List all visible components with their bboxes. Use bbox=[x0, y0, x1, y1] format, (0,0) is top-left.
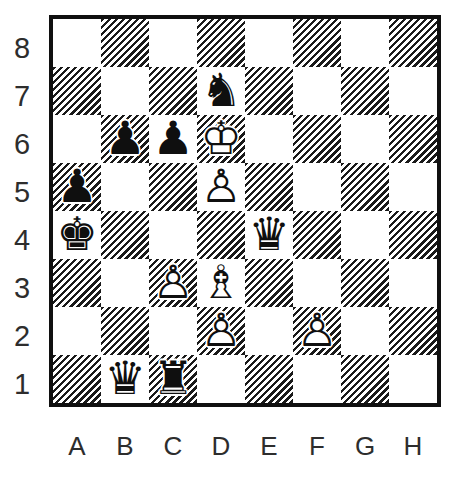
piece-black-rook-c1: ♜♜ bbox=[149, 355, 197, 403]
square-g4 bbox=[341, 211, 389, 259]
square-b7 bbox=[101, 67, 149, 115]
square-h7 bbox=[389, 67, 437, 115]
black-king-halo: ♚ bbox=[53, 210, 101, 258]
square-g7 bbox=[341, 67, 389, 115]
piece-black-pawn-c6: ♟♟ bbox=[149, 115, 197, 163]
white-pawn-halo: ♟ bbox=[293, 306, 341, 354]
square-h8 bbox=[389, 19, 437, 67]
rank-label-7: 7 bbox=[0, 67, 44, 115]
black-queen-icon: ♛ bbox=[101, 354, 149, 402]
white-pawn-icon: ♙ bbox=[197, 306, 245, 354]
square-c5 bbox=[149, 163, 197, 211]
square-b3 bbox=[101, 259, 149, 307]
square-f6 bbox=[293, 115, 341, 163]
file-label-b: B bbox=[101, 424, 149, 468]
black-knight-icon: ♞ bbox=[197, 66, 245, 114]
chess-diagram: 87654321 ♞♞♟♟♟♟♚♔♟♟♟♙♚♚♛♛♟♙♝♗♟♙♟♙♛♛♜♜ AB… bbox=[0, 0, 468, 478]
white-pawn-icon: ♙ bbox=[149, 258, 197, 306]
square-e5 bbox=[245, 163, 293, 211]
black-pawn-halo: ♟ bbox=[101, 114, 149, 162]
square-d3: ♝♗ bbox=[197, 259, 245, 307]
square-a2 bbox=[53, 307, 101, 355]
white-king-halo: ♚ bbox=[197, 114, 245, 162]
black-knight-halo: ♞ bbox=[197, 66, 245, 114]
piece-black-pawn-b6: ♟♟ bbox=[101, 115, 149, 163]
square-d1 bbox=[197, 355, 245, 403]
rank-label-1: 1 bbox=[0, 355, 44, 403]
black-queen-halo: ♛ bbox=[101, 354, 149, 402]
square-b5 bbox=[101, 163, 149, 211]
file-label-e: E bbox=[245, 424, 293, 468]
white-pawn-halo: ♟ bbox=[149, 258, 197, 306]
black-king-icon: ♚ bbox=[53, 210, 101, 258]
square-g6 bbox=[341, 115, 389, 163]
file-label-g: G bbox=[341, 424, 389, 468]
square-c4 bbox=[149, 211, 197, 259]
square-a3 bbox=[53, 259, 101, 307]
square-g1 bbox=[341, 355, 389, 403]
square-g5 bbox=[341, 163, 389, 211]
square-c3: ♟♙ bbox=[149, 259, 197, 307]
square-b1: ♛♛ bbox=[101, 355, 149, 403]
file-labels: ABCDEFGH bbox=[53, 424, 437, 468]
file-label-c: C bbox=[149, 424, 197, 468]
square-c7 bbox=[149, 67, 197, 115]
square-h6 bbox=[389, 115, 437, 163]
square-f2: ♟♙ bbox=[293, 307, 341, 355]
square-b6: ♟♟ bbox=[101, 115, 149, 163]
square-d8 bbox=[197, 19, 245, 67]
square-b4 bbox=[101, 211, 149, 259]
square-h2 bbox=[389, 307, 437, 355]
piece-white-pawn-d2: ♟♙ bbox=[197, 307, 245, 355]
square-a7 bbox=[53, 67, 101, 115]
piece-black-knight-d7: ♞♞ bbox=[197, 67, 245, 115]
square-g2 bbox=[341, 307, 389, 355]
square-g3 bbox=[341, 259, 389, 307]
rank-label-5: 5 bbox=[0, 163, 44, 211]
white-pawn-icon: ♙ bbox=[293, 306, 341, 354]
square-a4: ♚♚ bbox=[53, 211, 101, 259]
square-c6: ♟♟ bbox=[149, 115, 197, 163]
square-f1 bbox=[293, 355, 341, 403]
black-pawn-icon: ♟ bbox=[149, 114, 197, 162]
piece-black-queen-b1: ♛♛ bbox=[101, 355, 149, 403]
square-e3 bbox=[245, 259, 293, 307]
square-f5 bbox=[293, 163, 341, 211]
square-d2: ♟♙ bbox=[197, 307, 245, 355]
file-label-a: A bbox=[53, 424, 101, 468]
piece-white-pawn-d5: ♟♙ bbox=[197, 163, 245, 211]
white-pawn-icon: ♙ bbox=[197, 162, 245, 210]
rank-label-8: 8 bbox=[0, 19, 44, 67]
square-h4 bbox=[389, 211, 437, 259]
black-pawn-icon: ♟ bbox=[53, 162, 101, 210]
piece-black-king-a4: ♚♚ bbox=[53, 211, 101, 259]
square-c1: ♜♜ bbox=[149, 355, 197, 403]
piece-black-pawn-a5: ♟♟ bbox=[53, 163, 101, 211]
rank-label-3: 3 bbox=[0, 259, 44, 307]
white-pawn-halo: ♟ bbox=[197, 306, 245, 354]
rank-label-4: 4 bbox=[0, 211, 44, 259]
square-c8 bbox=[149, 19, 197, 67]
square-f8 bbox=[293, 19, 341, 67]
square-e6 bbox=[245, 115, 293, 163]
square-a1 bbox=[53, 355, 101, 403]
rank-label-2: 2 bbox=[0, 307, 44, 355]
square-e7 bbox=[245, 67, 293, 115]
piece-white-king-d6: ♚♔ bbox=[197, 115, 245, 163]
white-bishop-icon: ♗ bbox=[197, 258, 245, 306]
black-pawn-halo: ♟ bbox=[149, 114, 197, 162]
square-e1 bbox=[245, 355, 293, 403]
square-h3 bbox=[389, 259, 437, 307]
chess-board: ♞♞♟♟♟♟♚♔♟♟♟♙♚♚♛♛♟♙♝♗♟♙♟♙♛♛♜♜ bbox=[49, 15, 441, 407]
black-queen-icon: ♛ bbox=[245, 210, 293, 258]
black-rook-halo: ♜ bbox=[149, 354, 197, 402]
rank-labels: 87654321 bbox=[0, 19, 44, 403]
square-e8 bbox=[245, 19, 293, 67]
square-f3 bbox=[293, 259, 341, 307]
square-e2 bbox=[245, 307, 293, 355]
piece-white-pawn-c3: ♟♙ bbox=[149, 259, 197, 307]
square-d7: ♞♞ bbox=[197, 67, 245, 115]
piece-black-queen-e4: ♛♛ bbox=[245, 211, 293, 259]
file-label-h: H bbox=[389, 424, 437, 468]
square-h1 bbox=[389, 355, 437, 403]
black-queen-halo: ♛ bbox=[245, 210, 293, 258]
white-king-icon: ♔ bbox=[197, 114, 245, 162]
square-d4 bbox=[197, 211, 245, 259]
square-b8 bbox=[101, 19, 149, 67]
square-a5: ♟♟ bbox=[53, 163, 101, 211]
black-pawn-halo: ♟ bbox=[53, 162, 101, 210]
square-d6: ♚♔ bbox=[197, 115, 245, 163]
black-pawn-icon: ♟ bbox=[101, 114, 149, 162]
square-g8 bbox=[341, 19, 389, 67]
square-f7 bbox=[293, 67, 341, 115]
piece-white-pawn-f2: ♟♙ bbox=[293, 307, 341, 355]
square-f4 bbox=[293, 211, 341, 259]
square-c2 bbox=[149, 307, 197, 355]
file-label-d: D bbox=[197, 424, 245, 468]
square-a8 bbox=[53, 19, 101, 67]
square-d5: ♟♙ bbox=[197, 163, 245, 211]
rank-label-6: 6 bbox=[0, 115, 44, 163]
square-b2 bbox=[101, 307, 149, 355]
square-a6 bbox=[53, 115, 101, 163]
file-label-f: F bbox=[293, 424, 341, 468]
black-rook-icon: ♜ bbox=[149, 354, 197, 402]
square-h5 bbox=[389, 163, 437, 211]
piece-white-bishop-d3: ♝♗ bbox=[197, 259, 245, 307]
white-pawn-halo: ♟ bbox=[197, 162, 245, 210]
white-bishop-halo: ♝ bbox=[197, 258, 245, 306]
square-e4: ♛♛ bbox=[245, 211, 293, 259]
